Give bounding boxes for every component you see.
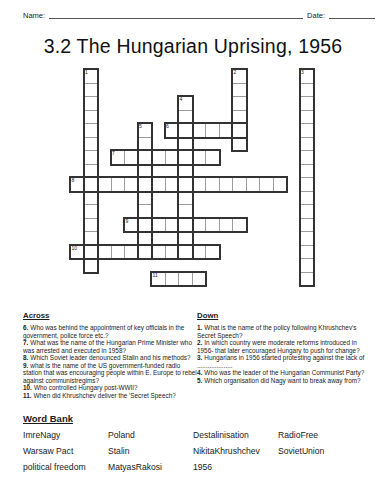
word-bank-heading: Word Bank bbox=[23, 413, 375, 424]
grid-cell-r9c18[interactable] bbox=[300, 177, 315, 192]
clue-number-label: 6. bbox=[23, 324, 28, 331]
across-clue-list: 6.Who was behind the appointment of key … bbox=[23, 324, 197, 399]
grid-cell-r9c12[interactable] bbox=[219, 177, 234, 192]
grid-cell-r9c1[interactable] bbox=[70, 177, 85, 192]
down-heading: Down bbox=[197, 311, 369, 320]
grid-cell-r12c5[interactable] bbox=[124, 218, 139, 233]
grid-cell-r12c9[interactable] bbox=[178, 218, 193, 233]
grid-cell-r12c6[interactable] bbox=[138, 218, 153, 233]
grid-cell-r11c6[interactable] bbox=[138, 204, 153, 219]
grid-cell-r8c2[interactable] bbox=[84, 164, 99, 179]
grid-cell-r14c10[interactable] bbox=[192, 245, 207, 260]
clue-text: Which Soviet leader denounced Stalin and… bbox=[30, 354, 190, 361]
grid-cell-r16c9[interactable] bbox=[178, 272, 193, 287]
grid-cell-r16c18[interactable] bbox=[300, 272, 315, 287]
clue-item: 4.Who was the leader of the Hungarian Co… bbox=[197, 369, 369, 377]
grid-cell-r1c18[interactable] bbox=[300, 69, 315, 84]
grid-cell-r1c13[interactable] bbox=[232, 69, 247, 84]
clue-number-label: 11. bbox=[23, 392, 32, 399]
grid-cell-r12c2[interactable] bbox=[84, 218, 99, 233]
grid-cell-r9c14[interactable] bbox=[246, 177, 261, 192]
grid-cell-r3c18[interactable] bbox=[300, 96, 315, 111]
grid-cell-r5c8[interactable] bbox=[165, 123, 180, 138]
clue-item: 6.Who was behind the appointment of key … bbox=[23, 324, 197, 339]
clue-item: 1.What is the name of the policy followi… bbox=[197, 324, 369, 339]
grid-cell-r5c9[interactable] bbox=[178, 123, 193, 138]
grid-cell-r14c4[interactable] bbox=[111, 245, 126, 260]
clue-number-label: 10. bbox=[23, 384, 32, 391]
clue-text: In which country were moderate reforms i… bbox=[197, 339, 360, 354]
word-bank-item: NikitaKhrushchev bbox=[193, 447, 278, 456]
clue-text: Who controlled Hungary post-WWII? bbox=[34, 384, 138, 391]
grid-cell-r14c18[interactable] bbox=[300, 245, 315, 260]
grid-cell-r6c2[interactable] bbox=[84, 137, 99, 152]
grid-cell-r14c11[interactable] bbox=[205, 245, 220, 260]
grid-cell-r7c6[interactable] bbox=[138, 150, 153, 165]
grid-cell-r9c3[interactable] bbox=[97, 177, 112, 192]
grid-cell-r9c2[interactable] bbox=[84, 177, 99, 192]
grid-cell-r7c4[interactable] bbox=[111, 150, 126, 165]
word-bank-list: ImreNagyPolandDestalinisationRadioFreeWa… bbox=[23, 431, 375, 472]
grid-cell-r10c18[interactable] bbox=[300, 191, 315, 206]
clue-item: 7.What was the name of the Hungarian Pri… bbox=[23, 339, 197, 354]
grid-cell-r12c11[interactable] bbox=[205, 218, 220, 233]
word-bank-item: Warsaw Pact bbox=[23, 447, 108, 456]
grid-cell-r5c18[interactable] bbox=[300, 123, 315, 138]
grid-cell-r15c2[interactable] bbox=[84, 258, 99, 273]
grid-cell-r10c6[interactable] bbox=[138, 191, 153, 206]
word-bank-item: 1956 bbox=[193, 463, 278, 472]
grid-cell-r3c2[interactable] bbox=[84, 96, 99, 111]
grid-cell-r14c7[interactable] bbox=[151, 245, 166, 260]
grid-cell-r7c8[interactable] bbox=[165, 150, 180, 165]
grid-cell-r14c5[interactable] bbox=[124, 245, 139, 260]
grid-cell-r12c13[interactable] bbox=[232, 218, 247, 233]
grid-cell-r3c9[interactable] bbox=[178, 96, 193, 111]
grid-cell-r5c6[interactable] bbox=[138, 123, 153, 138]
grid-cell-r3c13[interactable] bbox=[232, 96, 247, 111]
grid-cell-r9c15[interactable] bbox=[259, 177, 274, 192]
grid-cell-r13c9[interactable] bbox=[178, 231, 193, 246]
grid-cell-r7c7[interactable] bbox=[151, 150, 166, 165]
grid-cell-r5c2[interactable] bbox=[84, 123, 99, 138]
word-bank-section: Word Bank ImreNagyPolandDestalinisationR… bbox=[23, 413, 375, 472]
grid-cell-r7c9[interactable] bbox=[178, 150, 193, 165]
grid-cell-r9c4[interactable] bbox=[111, 177, 126, 192]
clue-item: 11.When did Khrushchev deliver the 'Secr… bbox=[23, 392, 197, 400]
grid-cell-r9c9[interactable] bbox=[178, 177, 193, 192]
grid-cell-r13c2[interactable] bbox=[84, 231, 99, 246]
clue-number-label: 7. bbox=[23, 339, 28, 346]
clue-number-label: 3. bbox=[197, 354, 202, 361]
grid-cell-r9c10[interactable] bbox=[192, 177, 207, 192]
across-section: Across 6.Who was behind the appointment … bbox=[23, 311, 197, 399]
grid-cell-r9c6[interactable] bbox=[138, 177, 153, 192]
clue-item: 10.Who controlled Hungary post-WWII? bbox=[23, 384, 197, 392]
word-bank-item: ImreNagy bbox=[23, 431, 108, 440]
clue-number-label: 5. bbox=[197, 377, 202, 384]
grid-cell-r4c13[interactable] bbox=[232, 110, 247, 125]
grid-cell-r12c8[interactable] bbox=[165, 218, 180, 233]
grid-cell-r4c18[interactable] bbox=[300, 110, 315, 125]
clue-item: 9.what is the name of the US government-… bbox=[23, 362, 197, 385]
grid-cell-r15c18[interactable] bbox=[300, 258, 315, 273]
grid-cell-r11c9[interactable] bbox=[178, 204, 193, 219]
clue-text: What was the name of the Hungarian Prime… bbox=[23, 339, 192, 354]
grid-cell-r4c2[interactable] bbox=[84, 110, 99, 125]
clue-text: Hungarians in 1956 started protesting ag… bbox=[197, 354, 364, 369]
clue-item: 5.Which organisation did Nagy want to br… bbox=[197, 377, 369, 385]
down-clue-list: 1.What is the name of the policy followi… bbox=[197, 324, 369, 384]
grid-cell-r4c9[interactable] bbox=[178, 110, 193, 125]
grid-cell-r9c11[interactable] bbox=[205, 177, 220, 192]
grid-cell-r2c18[interactable] bbox=[300, 83, 315, 98]
clue-text: what is the name of the US government-fu… bbox=[23, 362, 197, 384]
grid-cell-r7c10[interactable] bbox=[192, 150, 207, 165]
grid-cell-r10c9[interactable] bbox=[178, 191, 193, 206]
word-bank-item: political freedom bbox=[23, 463, 108, 472]
grid-cell-r12c18[interactable] bbox=[300, 218, 315, 233]
clue-item: 2.In which country were moderate reforms… bbox=[197, 339, 369, 354]
grid-cell-r14c1[interactable] bbox=[70, 245, 85, 260]
grid-cell-r14c2[interactable] bbox=[84, 245, 99, 260]
grid-cell-r2c2[interactable] bbox=[84, 83, 99, 98]
grid-cell-r6c18[interactable] bbox=[300, 137, 315, 152]
grid-cell-r5c13[interactable] bbox=[232, 123, 247, 138]
clue-item: 3.Hungarians in 1956 started protesting … bbox=[197, 354, 369, 369]
grid-cell-r8c18[interactable] bbox=[300, 164, 315, 179]
grid-cell-r8c9[interactable] bbox=[178, 164, 193, 179]
clue-text: Who was behind the appointment of key of… bbox=[23, 324, 184, 339]
grid-cell-r14c9[interactable] bbox=[178, 245, 193, 260]
grid-cell-r16c8[interactable] bbox=[165, 272, 180, 287]
grid-cell-r8c6[interactable] bbox=[138, 164, 153, 179]
grid-cell-r5c10[interactable] bbox=[192, 123, 207, 138]
clue-number-label: 1. bbox=[197, 324, 202, 331]
grid-cell-r7c18[interactable] bbox=[300, 150, 315, 165]
grid-cell-r6c6[interactable] bbox=[138, 137, 153, 152]
word-bank-item: Poland bbox=[108, 431, 193, 440]
word-bank-item: Destalinisation bbox=[193, 431, 278, 440]
grid-cell-r7c2[interactable] bbox=[84, 150, 99, 165]
grid-cell-r14c6[interactable] bbox=[138, 245, 153, 260]
grid-cell-r14c8[interactable] bbox=[165, 245, 180, 260]
grid-cell-r11c18[interactable] bbox=[300, 204, 315, 219]
grid-cell-r13c18[interactable] bbox=[300, 231, 315, 246]
worksheet-page: Name: Date: 3.2 The Hungarian Uprising, … bbox=[0, 0, 386, 500]
clue-number-label: 9. bbox=[23, 362, 28, 369]
word-bank-item: RadioFree bbox=[278, 431, 375, 440]
clue-text: What is the name of the policy following… bbox=[197, 324, 357, 339]
grid-cell-r16c10[interactable] bbox=[192, 272, 207, 287]
clue-number-label: 2. bbox=[197, 339, 202, 346]
grid-cell-r11c2[interactable] bbox=[84, 204, 99, 219]
clue-number-label: 4. bbox=[197, 369, 202, 376]
clue-text: Which organisation did Nagy want to brea… bbox=[204, 377, 360, 384]
grid-cell-r9c16[interactable] bbox=[273, 177, 288, 192]
grid-cell-r9c7[interactable] bbox=[151, 177, 166, 192]
grid-cell-r10c2[interactable] bbox=[84, 191, 99, 206]
grid-cell-r7c5[interactable] bbox=[124, 150, 139, 165]
grid-cell-r9c13[interactable] bbox=[232, 177, 247, 192]
clue-number-label: 8. bbox=[23, 354, 28, 361]
grid-cell-r6c13[interactable] bbox=[232, 137, 247, 152]
grid-cell-r12c10[interactable] bbox=[192, 218, 207, 233]
clue-item: 8.Which Soviet leader denounced Stalin a… bbox=[23, 354, 197, 362]
word-bank-item: SovietUnion bbox=[278, 447, 375, 456]
down-section: Down 1.What is the name of the policy fo… bbox=[197, 311, 369, 384]
grid-cell-r13c6[interactable] bbox=[138, 231, 153, 246]
word-bank-item: MatyasRakosi bbox=[108, 463, 193, 472]
grid-cell-r16c7[interactable] bbox=[151, 272, 166, 287]
clue-text: Who was the leader of the Hungarian Comm… bbox=[204, 369, 364, 376]
word-bank-item: Stalin bbox=[108, 447, 193, 456]
grid-cell-r12c7[interactable] bbox=[151, 218, 166, 233]
grid-cell-r9c8[interactable] bbox=[165, 177, 180, 192]
across-heading: Across bbox=[23, 311, 197, 320]
grid-cell-r12c12[interactable] bbox=[219, 218, 234, 233]
grid-cell-r5c12[interactable] bbox=[219, 123, 234, 138]
grid-cell-r9c5[interactable] bbox=[124, 177, 139, 192]
grid-cell-r2c13[interactable] bbox=[232, 83, 247, 98]
grid-cell-r1c2[interactable] bbox=[84, 69, 99, 84]
grid-cell-r7c11[interactable] bbox=[205, 150, 220, 165]
grid-cell-r5c11[interactable] bbox=[205, 123, 220, 138]
grid-cell-r14c3[interactable] bbox=[97, 245, 112, 260]
grid-cell-r6c9[interactable] bbox=[178, 137, 193, 152]
clue-text: When did Khrushchev deliver the 'Secret … bbox=[34, 392, 176, 399]
